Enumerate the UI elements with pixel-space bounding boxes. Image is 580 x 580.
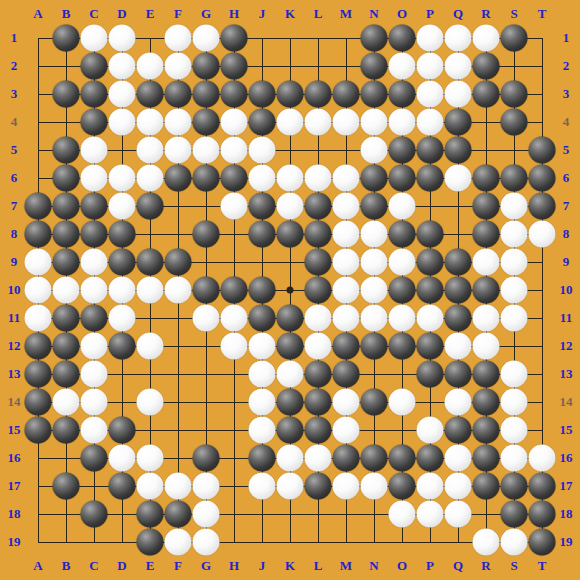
intersection-N12[interactable] [360,332,388,360]
intersection-O8[interactable] [388,220,416,248]
intersection-A19[interactable] [24,528,52,556]
intersection-Q7[interactable] [444,192,472,220]
intersection-E7[interactable] [136,192,164,220]
intersection-L7[interactable] [304,192,332,220]
intersection-S4[interactable] [500,108,528,136]
intersection-E2[interactable] [136,52,164,80]
intersection-S19[interactable] [500,528,528,556]
intersection-E11[interactable] [136,304,164,332]
intersection-S12[interactable] [500,332,528,360]
intersection-M3[interactable] [332,80,360,108]
intersection-Q14[interactable] [444,388,472,416]
intersection-K15[interactable] [276,416,304,444]
intersection-Q9[interactable] [444,248,472,276]
intersection-J8[interactable] [248,220,276,248]
intersection-T10[interactable] [528,276,556,304]
intersection-R19[interactable] [472,528,500,556]
intersection-C6[interactable] [80,164,108,192]
intersection-R3[interactable] [472,80,500,108]
intersection-T14[interactable] [528,388,556,416]
intersection-Q17[interactable] [444,472,472,500]
intersection-D13[interactable] [108,360,136,388]
intersection-H2[interactable] [220,52,248,80]
intersection-T12[interactable] [528,332,556,360]
intersection-D3[interactable] [108,80,136,108]
intersection-T9[interactable] [528,248,556,276]
intersection-A15[interactable] [24,416,52,444]
intersection-B14[interactable] [52,388,80,416]
intersection-N15[interactable] [360,416,388,444]
intersection-R17[interactable] [472,472,500,500]
intersection-D8[interactable] [108,220,136,248]
intersection-F11[interactable] [164,304,192,332]
intersection-T5[interactable] [528,136,556,164]
intersection-T4[interactable] [528,108,556,136]
intersection-M6[interactable] [332,164,360,192]
intersection-P18[interactable] [416,500,444,528]
intersection-D15[interactable] [108,416,136,444]
intersection-R16[interactable] [472,444,500,472]
intersection-C5[interactable] [80,136,108,164]
intersection-D16[interactable] [108,444,136,472]
intersection-D18[interactable] [108,500,136,528]
intersection-D5[interactable] [108,136,136,164]
intersection-R9[interactable] [472,248,500,276]
intersection-C14[interactable] [80,388,108,416]
intersection-H1[interactable] [220,24,248,52]
intersection-G11[interactable] [192,304,220,332]
intersection-P1[interactable] [416,24,444,52]
intersection-H12[interactable] [220,332,248,360]
intersection-G14[interactable] [192,388,220,416]
intersection-S14[interactable] [500,388,528,416]
intersection-E15[interactable] [136,416,164,444]
intersection-N3[interactable] [360,80,388,108]
intersection-S10[interactable] [500,276,528,304]
intersection-K16[interactable] [276,444,304,472]
intersection-O2[interactable] [388,52,416,80]
intersection-O16[interactable] [388,444,416,472]
intersection-E13[interactable] [136,360,164,388]
intersection-B5[interactable] [52,136,80,164]
intersection-R15[interactable] [472,416,500,444]
intersection-N6[interactable] [360,164,388,192]
intersection-P8[interactable] [416,220,444,248]
intersection-B8[interactable] [52,220,80,248]
intersection-N19[interactable] [360,528,388,556]
intersection-F3[interactable] [164,80,192,108]
intersection-N9[interactable] [360,248,388,276]
intersection-A16[interactable] [24,444,52,472]
intersection-T15[interactable] [528,416,556,444]
intersection-S15[interactable] [500,416,528,444]
intersection-C1[interactable] [80,24,108,52]
intersection-D6[interactable] [108,164,136,192]
intersection-M16[interactable] [332,444,360,472]
intersection-K18[interactable] [276,500,304,528]
intersection-T13[interactable] [528,360,556,388]
intersection-K19[interactable] [276,528,304,556]
intersection-K11[interactable] [276,304,304,332]
intersection-C9[interactable] [80,248,108,276]
intersection-A4[interactable] [24,108,52,136]
intersection-J13[interactable] [248,360,276,388]
intersection-P2[interactable] [416,52,444,80]
intersection-B4[interactable] [52,108,80,136]
intersection-T1[interactable] [528,24,556,52]
intersection-K14[interactable] [276,388,304,416]
intersection-K1[interactable] [276,24,304,52]
intersection-M4[interactable] [332,108,360,136]
intersection-M17[interactable] [332,472,360,500]
intersection-B9[interactable] [52,248,80,276]
intersection-P12[interactable] [416,332,444,360]
intersection-K10[interactable] [276,276,304,304]
intersection-Q2[interactable] [444,52,472,80]
intersection-E17[interactable] [136,472,164,500]
intersection-G17[interactable] [192,472,220,500]
intersection-L8[interactable] [304,220,332,248]
intersection-A17[interactable] [24,472,52,500]
intersection-N14[interactable] [360,388,388,416]
intersection-C11[interactable] [80,304,108,332]
intersection-B3[interactable] [52,80,80,108]
intersection-S1[interactable] [500,24,528,52]
intersection-D14[interactable] [108,388,136,416]
intersection-P15[interactable] [416,416,444,444]
intersection-E18[interactable] [136,500,164,528]
intersection-H11[interactable] [220,304,248,332]
intersection-P5[interactable] [416,136,444,164]
intersection-R6[interactable] [472,164,500,192]
intersection-O15[interactable] [388,416,416,444]
intersection-S3[interactable] [500,80,528,108]
intersection-L16[interactable] [304,444,332,472]
intersection-J7[interactable] [248,192,276,220]
intersection-L12[interactable] [304,332,332,360]
intersection-A1[interactable] [24,24,52,52]
intersection-G4[interactable] [192,108,220,136]
intersection-P9[interactable] [416,248,444,276]
intersection-P13[interactable] [416,360,444,388]
intersection-G18[interactable] [192,500,220,528]
intersection-Q3[interactable] [444,80,472,108]
intersection-C19[interactable] [80,528,108,556]
intersection-Q16[interactable] [444,444,472,472]
intersection-A2[interactable] [24,52,52,80]
intersection-N8[interactable] [360,220,388,248]
intersection-F6[interactable] [164,164,192,192]
intersection-K2[interactable] [276,52,304,80]
intersection-H17[interactable] [220,472,248,500]
intersection-A12[interactable] [24,332,52,360]
intersection-N18[interactable] [360,500,388,528]
intersection-N13[interactable] [360,360,388,388]
intersection-A7[interactable] [24,192,52,220]
intersection-O12[interactable] [388,332,416,360]
intersection-R2[interactable] [472,52,500,80]
intersection-R4[interactable] [472,108,500,136]
intersection-F10[interactable] [164,276,192,304]
intersection-O7[interactable] [388,192,416,220]
intersection-T17[interactable] [528,472,556,500]
intersection-R8[interactable] [472,220,500,248]
intersection-S8[interactable] [500,220,528,248]
intersection-G19[interactable] [192,528,220,556]
intersection-Q10[interactable] [444,276,472,304]
intersection-C13[interactable] [80,360,108,388]
intersection-H9[interactable] [220,248,248,276]
intersection-R14[interactable] [472,388,500,416]
intersection-J1[interactable] [248,24,276,52]
intersection-R1[interactable] [472,24,500,52]
intersection-G16[interactable] [192,444,220,472]
intersection-G9[interactable] [192,248,220,276]
intersection-D7[interactable] [108,192,136,220]
intersection-H4[interactable] [220,108,248,136]
intersection-H7[interactable] [220,192,248,220]
intersection-H18[interactable] [220,500,248,528]
intersection-H15[interactable] [220,416,248,444]
intersection-L15[interactable] [304,416,332,444]
intersection-J9[interactable] [248,248,276,276]
intersection-K9[interactable] [276,248,304,276]
intersection-B19[interactable] [52,528,80,556]
intersection-M2[interactable] [332,52,360,80]
intersection-F18[interactable] [164,500,192,528]
intersection-F5[interactable] [164,136,192,164]
intersection-L19[interactable] [304,528,332,556]
intersection-P3[interactable] [416,80,444,108]
intersection-B17[interactable] [52,472,80,500]
intersection-L18[interactable] [304,500,332,528]
intersection-Q19[interactable] [444,528,472,556]
intersection-S6[interactable] [500,164,528,192]
intersection-L6[interactable] [304,164,332,192]
intersection-J3[interactable] [248,80,276,108]
intersection-M8[interactable] [332,220,360,248]
intersection-B11[interactable] [52,304,80,332]
intersection-B13[interactable] [52,360,80,388]
intersection-C7[interactable] [80,192,108,220]
intersection-C17[interactable] [80,472,108,500]
intersection-R12[interactable] [472,332,500,360]
intersection-J6[interactable] [248,164,276,192]
intersection-S9[interactable] [500,248,528,276]
intersection-A9[interactable] [24,248,52,276]
intersection-J10[interactable] [248,276,276,304]
intersection-F8[interactable] [164,220,192,248]
intersection-O6[interactable] [388,164,416,192]
intersection-L3[interactable] [304,80,332,108]
intersection-Q12[interactable] [444,332,472,360]
intersection-Q6[interactable] [444,164,472,192]
intersection-S11[interactable] [500,304,528,332]
intersection-M5[interactable] [332,136,360,164]
intersection-D10[interactable] [108,276,136,304]
intersection-D19[interactable] [108,528,136,556]
intersection-S18[interactable] [500,500,528,528]
intersection-N5[interactable] [360,136,388,164]
intersection-F14[interactable] [164,388,192,416]
intersection-N17[interactable] [360,472,388,500]
intersection-C15[interactable] [80,416,108,444]
intersection-A18[interactable] [24,500,52,528]
intersection-A5[interactable] [24,136,52,164]
intersection-G3[interactable] [192,80,220,108]
intersection-H19[interactable] [220,528,248,556]
intersection-T11[interactable] [528,304,556,332]
intersection-F17[interactable] [164,472,192,500]
intersection-G6[interactable] [192,164,220,192]
intersection-H5[interactable] [220,136,248,164]
intersection-D11[interactable] [108,304,136,332]
intersection-J16[interactable] [248,444,276,472]
intersection-E9[interactable] [136,248,164,276]
intersection-A6[interactable] [24,164,52,192]
intersection-P10[interactable] [416,276,444,304]
intersection-R13[interactable] [472,360,500,388]
intersection-C10[interactable] [80,276,108,304]
intersection-M19[interactable] [332,528,360,556]
intersection-O17[interactable] [388,472,416,500]
intersection-F2[interactable] [164,52,192,80]
intersection-G15[interactable] [192,416,220,444]
intersection-K5[interactable] [276,136,304,164]
intersection-L10[interactable] [304,276,332,304]
intersection-B2[interactable] [52,52,80,80]
intersection-N1[interactable] [360,24,388,52]
intersection-Q18[interactable] [444,500,472,528]
intersection-O3[interactable] [388,80,416,108]
intersection-M1[interactable] [332,24,360,52]
intersection-Q1[interactable] [444,24,472,52]
intersection-J15[interactable] [248,416,276,444]
intersection-P16[interactable] [416,444,444,472]
intersection-G10[interactable] [192,276,220,304]
intersection-M9[interactable] [332,248,360,276]
intersection-O1[interactable] [388,24,416,52]
intersection-H3[interactable] [220,80,248,108]
intersection-B1[interactable] [52,24,80,52]
intersection-N7[interactable] [360,192,388,220]
intersection-C2[interactable] [80,52,108,80]
intersection-N10[interactable] [360,276,388,304]
intersection-K8[interactable] [276,220,304,248]
intersection-G1[interactable] [192,24,220,52]
intersection-G8[interactable] [192,220,220,248]
intersection-K12[interactable] [276,332,304,360]
intersection-F7[interactable] [164,192,192,220]
intersection-B10[interactable] [52,276,80,304]
intersection-M14[interactable] [332,388,360,416]
intersection-L13[interactable] [304,360,332,388]
intersection-P7[interactable] [416,192,444,220]
intersection-P19[interactable] [416,528,444,556]
intersection-T6[interactable] [528,164,556,192]
intersection-B6[interactable] [52,164,80,192]
intersection-Q15[interactable] [444,416,472,444]
intersection-F1[interactable] [164,24,192,52]
intersection-M7[interactable] [332,192,360,220]
intersection-O18[interactable] [388,500,416,528]
intersection-B7[interactable] [52,192,80,220]
intersection-T18[interactable] [528,500,556,528]
intersection-L17[interactable] [304,472,332,500]
intersection-R18[interactable] [472,500,500,528]
intersection-H10[interactable] [220,276,248,304]
intersection-N2[interactable] [360,52,388,80]
intersection-L9[interactable] [304,248,332,276]
intersection-P11[interactable] [416,304,444,332]
intersection-A3[interactable] [24,80,52,108]
intersection-S13[interactable] [500,360,528,388]
intersection-R10[interactable] [472,276,500,304]
intersection-J17[interactable] [248,472,276,500]
intersection-K17[interactable] [276,472,304,500]
intersection-R11[interactable] [472,304,500,332]
intersection-O4[interactable] [388,108,416,136]
intersection-C8[interactable] [80,220,108,248]
intersection-E19[interactable] [136,528,164,556]
intersection-K6[interactable] [276,164,304,192]
intersection-E5[interactable] [136,136,164,164]
intersection-C3[interactable] [80,80,108,108]
intersection-L14[interactable] [304,388,332,416]
intersection-T2[interactable] [528,52,556,80]
intersection-F15[interactable] [164,416,192,444]
intersection-H14[interactable] [220,388,248,416]
intersection-P4[interactable] [416,108,444,136]
intersection-N11[interactable] [360,304,388,332]
intersection-T3[interactable] [528,80,556,108]
intersection-T8[interactable] [528,220,556,248]
intersection-N16[interactable] [360,444,388,472]
intersection-M12[interactable] [332,332,360,360]
intersection-L5[interactable] [304,136,332,164]
intersection-D9[interactable] [108,248,136,276]
intersection-F9[interactable] [164,248,192,276]
intersection-J12[interactable] [248,332,276,360]
intersection-B18[interactable] [52,500,80,528]
intersection-L1[interactable] [304,24,332,52]
intersection-A11[interactable] [24,304,52,332]
intersection-E10[interactable] [136,276,164,304]
intersection-L2[interactable] [304,52,332,80]
intersection-F19[interactable] [164,528,192,556]
intersection-G2[interactable] [192,52,220,80]
intersection-E16[interactable] [136,444,164,472]
intersection-H8[interactable] [220,220,248,248]
intersection-J11[interactable] [248,304,276,332]
intersection-S16[interactable] [500,444,528,472]
intersection-Q5[interactable] [444,136,472,164]
intersection-M18[interactable] [332,500,360,528]
intersection-D2[interactable] [108,52,136,80]
intersection-K3[interactable] [276,80,304,108]
intersection-E1[interactable] [136,24,164,52]
intersection-B16[interactable] [52,444,80,472]
intersection-D17[interactable] [108,472,136,500]
intersection-L4[interactable] [304,108,332,136]
intersection-H6[interactable] [220,164,248,192]
intersection-C4[interactable] [80,108,108,136]
intersection-M13[interactable] [332,360,360,388]
intersection-J18[interactable] [248,500,276,528]
intersection-O10[interactable] [388,276,416,304]
intersection-A8[interactable] [24,220,52,248]
intersection-T7[interactable] [528,192,556,220]
